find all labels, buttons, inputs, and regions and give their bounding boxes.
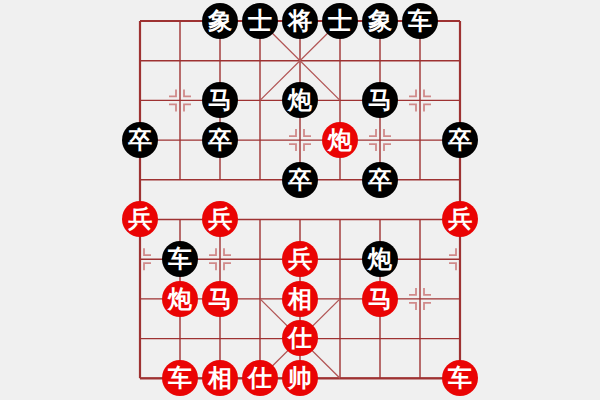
piece-glyph: 车 — [162, 241, 198, 277]
piece-red-chariot[interactable]: 车 — [160, 358, 200, 398]
piece-red-soldier[interactable]: 兵 — [120, 200, 160, 240]
piece-glyph: 车 — [442, 360, 478, 396]
piece-black-cannon[interactable]: 炮 — [360, 239, 400, 279]
piece-black-soldier[interactable]: 卒 — [120, 120, 160, 160]
piece-glyph: 兵 — [122, 201, 158, 237]
piece-glyph: 车 — [162, 360, 198, 396]
piece-black-soldier[interactable]: 卒 — [440, 120, 480, 160]
xiangqi-board-screen: 象士将士象车马炮马卒卒炮卒卒卒兵兵兵车兵炮炮马相马仕车相仕帅车 — [0, 0, 600, 400]
piece-black-soldier[interactable]: 卒 — [360, 160, 400, 200]
piece-glyph: 卒 — [202, 122, 238, 158]
piece-glyph: 卒 — [282, 162, 318, 198]
piece-black-cannon[interactable]: 炮 — [280, 81, 320, 121]
piece-red-horse[interactable]: 马 — [200, 279, 240, 319]
piece-black-soldier[interactable]: 卒 — [200, 120, 240, 160]
piece-glyph: 仕 — [282, 320, 318, 356]
piece-glyph: 士 — [322, 3, 358, 39]
piece-glyph: 马 — [202, 281, 238, 317]
piece-black-elephant[interactable]: 象 — [200, 1, 240, 41]
piece-black-soldier[interactable]: 卒 — [280, 160, 320, 200]
piece-glyph: 卒 — [362, 162, 398, 198]
piece-black-horse[interactable]: 马 — [200, 81, 240, 121]
piece-glyph: 马 — [362, 82, 398, 118]
piece-red-advisor[interactable]: 仕 — [280, 319, 320, 359]
piece-glyph: 兵 — [202, 201, 238, 237]
piece-red-soldier[interactable]: 兵 — [200, 200, 240, 240]
piece-glyph: 帅 — [282, 360, 318, 396]
piece-red-soldier[interactable]: 兵 — [440, 200, 480, 240]
piece-glyph: 相 — [282, 281, 318, 317]
piece-glyph: 马 — [362, 281, 398, 317]
piece-glyph: 炮 — [282, 82, 318, 118]
piece-glyph: 炮 — [362, 241, 398, 277]
piece-glyph: 炮 — [162, 281, 198, 317]
piece-black-general[interactable]: 将 — [280, 1, 320, 41]
piece-black-chariot[interactable]: 车 — [400, 1, 440, 41]
piece-black-advisor[interactable]: 士 — [240, 1, 280, 41]
piece-glyph: 相 — [202, 360, 238, 396]
piece-black-horse[interactable]: 马 — [360, 81, 400, 121]
piece-glyph: 象 — [362, 3, 398, 39]
piece-glyph: 仕 — [242, 360, 278, 396]
piece-black-chariot[interactable]: 车 — [160, 239, 200, 279]
piece-red-cannon[interactable]: 炮 — [320, 120, 360, 160]
piece-glyph: 将 — [282, 3, 318, 39]
piece-glyph: 卒 — [122, 122, 158, 158]
piece-black-elephant[interactable]: 象 — [360, 1, 400, 41]
piece-glyph: 炮 — [322, 122, 358, 158]
piece-red-advisor[interactable]: 仕 — [240, 358, 280, 398]
piece-glyph: 士 — [242, 3, 278, 39]
piece-red-chariot[interactable]: 车 — [440, 358, 480, 398]
piece-red-elephant[interactable]: 相 — [280, 279, 320, 319]
piece-red-elephant[interactable]: 相 — [200, 358, 240, 398]
piece-red-general[interactable]: 帅 — [280, 358, 320, 398]
piece-glyph: 马 — [202, 82, 238, 118]
piece-glyph: 车 — [402, 3, 438, 39]
piece-black-advisor[interactable]: 士 — [320, 1, 360, 41]
piece-glyph: 象 — [202, 3, 238, 39]
piece-red-horse[interactable]: 马 — [360, 279, 400, 319]
board-grid: 象士将士象车马炮马卒卒炮卒卒卒兵兵兵车兵炮炮马相马仕车相仕帅车 — [120, 1, 480, 398]
piece-glyph: 卒 — [442, 122, 478, 158]
piece-glyph: 兵 — [442, 201, 478, 237]
piece-red-cannon[interactable]: 炮 — [160, 279, 200, 319]
piece-glyph: 兵 — [282, 241, 318, 277]
piece-red-soldier[interactable]: 兵 — [280, 239, 320, 279]
